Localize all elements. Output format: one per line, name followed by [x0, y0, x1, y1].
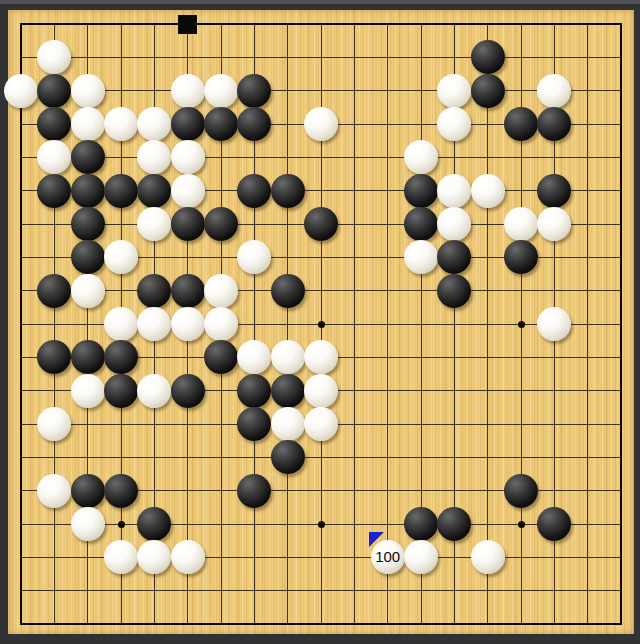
- black-stone: [404, 207, 438, 241]
- white-stone: [171, 174, 205, 208]
- white-stone: [137, 374, 171, 408]
- white-stone: [537, 74, 571, 108]
- white-stone: [104, 307, 138, 341]
- black-stone: [37, 274, 71, 308]
- black-stone: [404, 507, 438, 541]
- white-stone: [304, 374, 338, 408]
- white-stone: [71, 274, 105, 308]
- black-stone: [171, 107, 205, 141]
- square-marker: [178, 15, 197, 34]
- star-point: [518, 321, 525, 328]
- star-point: [518, 521, 525, 528]
- black-stone: [504, 474, 538, 508]
- black-stone: [204, 107, 238, 141]
- black-stone: [237, 174, 271, 208]
- white-stone: [71, 107, 105, 141]
- black-stone: [404, 174, 438, 208]
- black-stone: [237, 74, 271, 108]
- white-stone: [71, 374, 105, 408]
- white-stone: [71, 507, 105, 541]
- black-stone: [71, 207, 105, 241]
- white-stone: [37, 474, 71, 508]
- black-stone: [71, 174, 105, 208]
- white-stone: [504, 207, 538, 241]
- black-stone: [71, 140, 105, 174]
- white-stone: [204, 74, 238, 108]
- white-stone: [4, 74, 38, 108]
- black-stone: [471, 40, 505, 74]
- go-board[interactable]: 100: [8, 10, 634, 634]
- black-stone: [304, 207, 338, 241]
- black-stone: [471, 74, 505, 108]
- black-stone: [137, 274, 171, 308]
- black-stone: [71, 474, 105, 508]
- black-stone: [537, 174, 571, 208]
- black-stone: [271, 174, 305, 208]
- black-stone: [104, 474, 138, 508]
- white-stone: [437, 74, 471, 108]
- white-stone: [471, 174, 505, 208]
- white-stone: [204, 274, 238, 308]
- black-stone: [137, 174, 171, 208]
- black-stone: [171, 374, 205, 408]
- white-stone: [304, 407, 338, 441]
- white-stone: [104, 107, 138, 141]
- white-stone: [204, 307, 238, 341]
- white-stone: [171, 140, 205, 174]
- black-stone: [104, 374, 138, 408]
- black-stone: [271, 440, 305, 474]
- white-stone: [271, 407, 305, 441]
- go-app-window: 100: [0, 0, 640, 644]
- white-stone: [71, 74, 105, 108]
- black-stone: [71, 240, 105, 274]
- star-point: [318, 321, 325, 328]
- black-stone: [504, 107, 538, 141]
- black-stone: [37, 74, 71, 108]
- black-stone: [37, 174, 71, 208]
- black-stone: [271, 374, 305, 408]
- last-move-stone: 100: [371, 540, 405, 574]
- white-stone: [171, 307, 205, 341]
- black-stone: [204, 207, 238, 241]
- move-number-label: 100: [371, 540, 405, 574]
- black-stone: [237, 374, 271, 408]
- white-stone: [437, 174, 471, 208]
- white-stone: [304, 107, 338, 141]
- black-stone: [71, 340, 105, 374]
- white-stone: [171, 74, 205, 108]
- black-stone: [171, 207, 205, 241]
- frame-top-edge: [0, 0, 640, 4]
- black-stone: [437, 274, 471, 308]
- star-point: [118, 521, 125, 528]
- white-stone: [471, 540, 505, 574]
- black-stone: [104, 174, 138, 208]
- black-stone: [271, 274, 305, 308]
- black-stone: [171, 274, 205, 308]
- black-stone: [237, 474, 271, 508]
- white-stone: [271, 340, 305, 374]
- star-point: [318, 521, 325, 528]
- white-stone: [171, 540, 205, 574]
